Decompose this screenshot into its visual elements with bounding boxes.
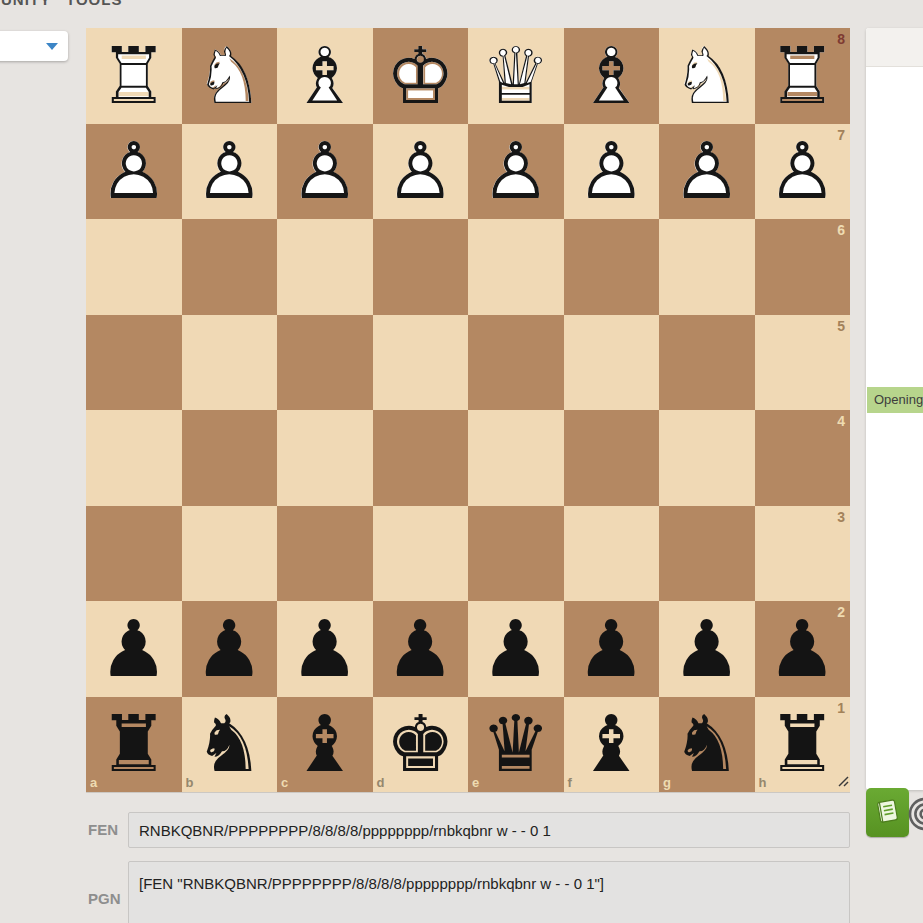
square-f6[interactable] (564, 219, 660, 315)
chess-board: ♜♖♞♘♝♗♚♔♛♕♝♗♞♘♜♖8♟♙♟♙♟♙♟♙♟♙♟♙♟♙♟♙76543♟♟… (86, 28, 850, 792)
white-pawn[interactable]: ♟♙ (182, 124, 278, 220)
square-d1[interactable]: ♚d (373, 697, 469, 793)
black-queen[interactable]: ♛ (468, 697, 564, 793)
square-e7[interactable]: ♟♙ (468, 124, 564, 220)
square-c6[interactable] (277, 219, 373, 315)
square-g1[interactable]: ♞g (659, 697, 755, 793)
black-pawn[interactable]: ♟ (373, 601, 469, 697)
square-d2[interactable]: ♟ (373, 601, 469, 697)
rank-label-6: 6 (837, 222, 845, 238)
square-a1[interactable]: ♜a (86, 697, 182, 793)
board-resize-grip[interactable] (836, 773, 849, 791)
square-h2[interactable]: ♟2 (755, 601, 851, 697)
square-a7[interactable]: ♟♙ (86, 124, 182, 220)
square-d6[interactable] (373, 219, 469, 315)
black-pawn[interactable]: ♟ (86, 601, 182, 697)
square-c1[interactable]: ♝c (277, 697, 373, 793)
white-bishop[interactable]: ♝♗ (277, 28, 373, 124)
square-f7[interactable]: ♟♙ (564, 124, 660, 220)
square-f3[interactable] (564, 506, 660, 602)
file-label-h: h (759, 775, 767, 790)
file-label-b: b (186, 775, 194, 790)
square-d3[interactable] (373, 506, 469, 602)
piece-outline: ♖ (767, 37, 837, 115)
white-rook[interactable]: ♜♖ (86, 28, 182, 124)
square-e2[interactable]: ♟ (468, 601, 564, 697)
file-label-g: g (663, 775, 671, 790)
black-pawn[interactable]: ♟ (277, 601, 373, 697)
position-select-dropdown[interactable] (0, 31, 68, 61)
white-pawn[interactable]: ♟♙ (277, 124, 373, 220)
rank-label-2: 2 (837, 604, 845, 620)
black-king[interactable]: ♚ (373, 697, 469, 793)
white-pawn[interactable]: ♟♙ (86, 124, 182, 220)
white-king[interactable]: ♚♔ (373, 28, 469, 124)
black-rook[interactable]: ♜ (86, 697, 182, 793)
square-b1[interactable]: ♞b (182, 697, 278, 793)
square-h5[interactable]: 5 (755, 315, 851, 411)
square-c7[interactable]: ♟♙ (277, 124, 373, 220)
piece-outline: ♕ (481, 37, 551, 115)
square-h3[interactable]: 3 (755, 506, 851, 602)
square-c4[interactable] (277, 410, 373, 506)
black-knight[interactable]: ♞ (182, 697, 278, 793)
piece-outline: ♘ (194, 37, 264, 115)
board-editor-page: UNITY TOOLS ♜♖♞♘♝♗♚♔♛♕♝♗♞♘♜♖8♟♙♟♙♟♙♟♙♟♙♟… (0, 0, 923, 923)
black-pawn[interactable]: ♟ (182, 601, 278, 697)
square-f8[interactable]: ♝♗ (564, 28, 660, 124)
piece-outline: ♘ (672, 37, 742, 115)
piece-outline: ♙ (290, 132, 360, 210)
rank-label-4: 4 (837, 413, 845, 429)
square-c3[interactable] (277, 506, 373, 602)
piece-outline: ♙ (99, 132, 169, 210)
piece-outline: ♙ (576, 132, 646, 210)
file-label-d: d (377, 775, 385, 790)
square-h4[interactable]: 4 (755, 410, 851, 506)
white-queen[interactable]: ♛♕ (468, 28, 564, 124)
piece-outline: ♙ (672, 132, 742, 210)
square-a6[interactable] (86, 219, 182, 315)
piece-outline: ♗ (290, 37, 360, 115)
opening-book-button[interactable] (866, 788, 909, 837)
file-label-c: c (281, 775, 288, 790)
square-e8[interactable]: ♛♕ (468, 28, 564, 124)
pgn-label: PGN (88, 890, 121, 907)
rank-label-5: 5 (837, 318, 845, 334)
square-b6[interactable] (182, 219, 278, 315)
white-pawn[interactable]: ♟♙ (373, 124, 469, 220)
fen-label: FEN (88, 812, 118, 848)
file-label-f: f (568, 775, 572, 790)
square-f2[interactable]: ♟ (564, 601, 660, 697)
black-knight[interactable]: ♞ (659, 697, 755, 793)
square-d8[interactable]: ♚♔ (373, 28, 469, 124)
square-h6[interactable]: 6 (755, 219, 851, 315)
square-d7[interactable]: ♟♙ (373, 124, 469, 220)
black-pawn[interactable]: ♟ (755, 601, 851, 697)
analysis-panel-header (866, 28, 923, 67)
analysis-panel: Opening (866, 28, 923, 790)
piece-outline: ♔ (385, 37, 455, 115)
white-rook[interactable]: ♜♖ (755, 28, 851, 124)
square-e1[interactable]: ♛e (468, 697, 564, 793)
file-label-a: a (90, 775, 97, 790)
menu-item-tools[interactable]: TOOLS (66, 0, 122, 8)
black-bishop[interactable]: ♝ (277, 697, 373, 793)
square-e3[interactable] (468, 506, 564, 602)
square-g2[interactable]: ♟ (659, 601, 755, 697)
square-a3[interactable] (86, 506, 182, 602)
square-c2[interactable]: ♟ (277, 601, 373, 697)
black-pawn[interactable]: ♟ (659, 601, 755, 697)
fen-input[interactable] (128, 812, 850, 848)
white-pawn[interactable]: ♟♙ (468, 124, 564, 220)
menu-item-community[interactable]: UNITY (1, 0, 51, 8)
square-a4[interactable] (86, 410, 182, 506)
black-pawn[interactable]: ♟ (468, 601, 564, 697)
square-b8[interactable]: ♞♘ (182, 28, 278, 124)
square-h1[interactable]: ♜1h (755, 697, 851, 793)
black-bishop[interactable]: ♝ (564, 697, 660, 793)
square-g6[interactable] (659, 219, 755, 315)
square-e5[interactable] (468, 315, 564, 411)
square-b2[interactable]: ♟ (182, 601, 278, 697)
square-f1[interactable]: ♝f (564, 697, 660, 793)
file-label-e: e (472, 775, 479, 790)
square-a5[interactable] (86, 315, 182, 411)
square-c8[interactable]: ♝♗ (277, 28, 373, 124)
opening-book-icon (873, 795, 903, 830)
square-e6[interactable] (468, 219, 564, 315)
rank-label-1: 1 (837, 700, 845, 716)
square-b4[interactable] (182, 410, 278, 506)
chevron-down-icon (46, 43, 58, 50)
white-knight[interactable]: ♞♘ (182, 28, 278, 124)
square-e4[interactable] (468, 410, 564, 506)
square-d5[interactable] (373, 315, 469, 411)
white-pawn[interactable]: ♟♙ (659, 124, 755, 220)
piece-outline: ♙ (481, 132, 551, 210)
square-c5[interactable] (277, 315, 373, 411)
white-bishop[interactable]: ♝♗ (564, 28, 660, 124)
pgn-textarea[interactable]: [FEN "RNBKQBNR/PPPPPPPP/8/8/8/8/pppppppp… (128, 861, 850, 923)
square-g3[interactable] (659, 506, 755, 602)
white-pawn[interactable]: ♟♙ (564, 124, 660, 220)
rank-label-8: 8 (837, 31, 845, 47)
rank-label-3: 3 (837, 509, 845, 525)
opening-label[interactable]: Opening (867, 387, 923, 413)
piece-outline: ♗ (576, 37, 646, 115)
piece-outline: ♙ (194, 132, 264, 210)
square-g7[interactable]: ♟♙ (659, 124, 755, 220)
black-pawn[interactable]: ♟ (564, 601, 660, 697)
square-a2[interactable]: ♟ (86, 601, 182, 697)
piece-outline: ♖ (99, 37, 169, 115)
square-g8[interactable]: ♞♘ (659, 28, 755, 124)
square-a8[interactable]: ♜♖ (86, 28, 182, 124)
concentric-target-icon[interactable] (906, 795, 923, 839)
square-h8[interactable]: ♜♖8 (755, 28, 851, 124)
piece-outline: ♙ (767, 132, 837, 210)
piece-outline: ♙ (385, 132, 455, 210)
square-d4[interactable] (373, 410, 469, 506)
white-pawn[interactable]: ♟♙ (755, 124, 851, 220)
square-f5[interactable] (564, 315, 660, 411)
square-g5[interactable] (659, 315, 755, 411)
square-b7[interactable]: ♟♙ (182, 124, 278, 220)
square-f4[interactable] (564, 410, 660, 506)
white-knight[interactable]: ♞♘ (659, 28, 755, 124)
square-g4[interactable] (659, 410, 755, 506)
rank-label-7: 7 (837, 127, 845, 143)
square-b3[interactable] (182, 506, 278, 602)
square-b5[interactable] (182, 315, 278, 411)
square-h7[interactable]: ♟♙7 (755, 124, 851, 220)
